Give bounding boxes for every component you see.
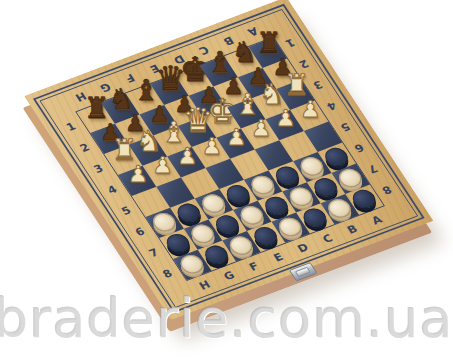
game-board: HGFEDCBA HGFEDCBA 12345678 12345678 ♜♞♝♛… bbox=[24, 0, 434, 320]
product-photo: HGFEDCBA HGFEDCBA 12345678 12345678 ♜♞♝♛… bbox=[0, 0, 453, 363]
watermark: braderie.com.ua bbox=[0, 287, 453, 350]
white-checker bbox=[335, 166, 366, 190]
light-pawn: ♟ bbox=[293, 98, 327, 121]
black-checker bbox=[321, 145, 352, 169]
black-checker bbox=[349, 187, 380, 211]
latch-bar-icon bbox=[295, 267, 311, 277]
